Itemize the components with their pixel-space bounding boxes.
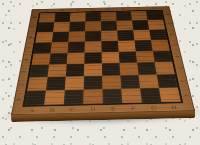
square-d1[interactable]	[83, 89, 103, 104]
square-f4[interactable]	[119, 51, 137, 63]
square-a2[interactable]	[27, 77, 47, 91]
square-e8[interactable]	[101, 12, 117, 21]
square-f1[interactable]	[121, 88, 142, 103]
square-b8[interactable]	[54, 13, 70, 22]
square-g3[interactable]	[137, 62, 157, 75]
square-d8[interactable]	[85, 12, 101, 21]
square-c4[interactable]	[67, 52, 85, 64]
square-e1[interactable]	[102, 89, 122, 104]
square-d5[interactable]	[85, 41, 102, 52]
square-h7[interactable]	[148, 20, 166, 30]
square-h5[interactable]	[151, 39, 170, 50]
file-label: F	[123, 106, 144, 112]
square-f7[interactable]	[116, 20, 133, 30]
board-border: ABCDEFGH ABCDEFGH 87654321 87654321	[11, 6, 195, 115]
square-c1[interactable]	[64, 90, 84, 105]
square-g5[interactable]	[134, 40, 152, 51]
square-b7[interactable]	[53, 22, 70, 32]
square-h3[interactable]	[155, 62, 175, 75]
square-a5[interactable]	[33, 42, 51, 53]
file-label: E	[103, 106, 124, 112]
file-label: C	[62, 107, 83, 113]
square-a3[interactable]	[29, 65, 49, 78]
square-f8[interactable]	[116, 11, 132, 20]
square-h2[interactable]	[157, 74, 178, 88]
square-f6[interactable]	[117, 30, 134, 41]
square-c7[interactable]	[69, 21, 85, 31]
square-a6[interactable]	[35, 32, 53, 43]
board-grid	[22, 10, 183, 107]
file-label: B	[42, 108, 63, 114]
square-b2[interactable]	[46, 77, 66, 91]
square-c2[interactable]	[65, 76, 84, 90]
square-d4[interactable]	[84, 52, 102, 64]
square-d7[interactable]	[85, 21, 101, 31]
square-d6[interactable]	[85, 31, 102, 42]
square-b4[interactable]	[49, 53, 67, 65]
square-a7[interactable]	[37, 22, 54, 32]
board-assembly: ABCDEFGH ABCDEFGH 87654321 87654321	[0, 0, 200, 145]
square-b6[interactable]	[52, 31, 69, 42]
square-g1[interactable]	[140, 88, 161, 103]
square-e5[interactable]	[101, 41, 118, 52]
square-b5[interactable]	[51, 42, 69, 53]
square-e4[interactable]	[102, 52, 120, 64]
square-c5[interactable]	[68, 41, 85, 52]
square-a4[interactable]	[31, 53, 50, 65]
square-f3[interactable]	[119, 63, 138, 76]
square-e7[interactable]	[101, 21, 117, 31]
square-g8[interactable]	[131, 11, 148, 20]
square-d2[interactable]	[84, 76, 103, 90]
square-e6[interactable]	[101, 30, 118, 41]
square-e3[interactable]	[102, 63, 120, 76]
square-h8[interactable]	[146, 11, 163, 20]
board: ABCDEFGH ABCDEFGH 87654321 87654321	[11, 6, 195, 115]
square-g6[interactable]	[133, 30, 151, 41]
file-label: D	[83, 107, 103, 113]
square-f2[interactable]	[120, 75, 140, 89]
file-label: H	[163, 105, 184, 111]
square-f5[interactable]	[118, 40, 136, 51]
square-e2[interactable]	[102, 76, 121, 90]
square-a8[interactable]	[39, 13, 56, 22]
square-h4[interactable]	[153, 50, 173, 62]
file-label: G	[143, 105, 164, 111]
square-d3[interactable]	[84, 64, 102, 77]
square-b1[interactable]	[44, 90, 65, 105]
square-c3[interactable]	[66, 64, 85, 77]
square-c6[interactable]	[68, 31, 85, 42]
countertop-background: ABCDEFGH ABCDEFGH 87654321 87654321	[0, 0, 200, 145]
square-c8[interactable]	[70, 12, 86, 21]
square-b3[interactable]	[48, 64, 67, 77]
square-a1[interactable]	[25, 91, 46, 106]
square-g2[interactable]	[139, 75, 159, 89]
square-g7[interactable]	[132, 20, 149, 30]
square-h1[interactable]	[159, 88, 181, 103]
file-label: A	[21, 108, 42, 114]
square-h6[interactable]	[149, 29, 167, 40]
square-g4[interactable]	[136, 51, 155, 63]
